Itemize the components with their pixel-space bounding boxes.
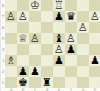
file-label-g: g bbox=[77, 88, 89, 91]
square-b2[interactable]: ♟ bbox=[17, 66, 29, 77]
square-c3[interactable] bbox=[29, 55, 41, 66]
file-label-d: d bbox=[41, 88, 53, 91]
square-e5[interactable]: ♝ bbox=[53, 33, 65, 44]
square-b5[interactable]: ♕ bbox=[17, 33, 29, 44]
square-g3[interactable] bbox=[77, 55, 89, 66]
square-d8[interactable] bbox=[41, 0, 53, 11]
square-b8[interactable] bbox=[17, 0, 29, 11]
piece-white-pawn[interactable]: ♙ bbox=[6, 11, 16, 22]
square-d6[interactable] bbox=[41, 22, 53, 33]
board: ♔♖♙♙♟♛♙♙♕♙♝♙♙♟♗♟♟♟♟♚♜ bbox=[5, 0, 100, 88]
square-e3[interactable]: ♟ bbox=[53, 55, 65, 66]
chess-board-screenshot: 87654321 ♔♖♙♙♟♛♙♙♕♙♝♙♙♟♗♟♟♟♟♚♜ abcdefgh bbox=[0, 0, 100, 91]
square-f1[interactable] bbox=[65, 77, 77, 88]
piece-black-pawn[interactable]: ♟ bbox=[54, 11, 64, 22]
square-a2[interactable] bbox=[5, 66, 17, 77]
piece-black-pawn[interactable]: ♟ bbox=[30, 66, 40, 77]
square-e2[interactable] bbox=[53, 66, 65, 77]
piece-white-pawn[interactable]: ♙ bbox=[18, 11, 28, 22]
square-e7[interactable]: ♟ bbox=[53, 11, 65, 22]
square-c5[interactable]: ♙ bbox=[29, 33, 41, 44]
piece-white-rook[interactable]: ♖ bbox=[54, 0, 64, 11]
piece-white-pawn[interactable]: ♙ bbox=[54, 44, 64, 55]
piece-white-queen[interactable]: ♕ bbox=[18, 33, 28, 44]
square-g2[interactable] bbox=[77, 66, 89, 77]
piece-white-pawn[interactable]: ♙ bbox=[90, 11, 100, 22]
square-h5[interactable] bbox=[89, 33, 100, 44]
square-d5[interactable] bbox=[41, 33, 53, 44]
square-e8[interactable]: ♖ bbox=[53, 0, 65, 11]
square-a1[interactable] bbox=[5, 77, 17, 88]
square-c8[interactable]: ♔ bbox=[29, 0, 41, 11]
square-c1[interactable] bbox=[29, 77, 41, 88]
square-g6[interactable]: ♙ bbox=[77, 22, 89, 33]
square-g1[interactable] bbox=[77, 77, 89, 88]
square-c2[interactable]: ♟ bbox=[29, 66, 41, 77]
square-f3[interactable] bbox=[65, 55, 77, 66]
square-b3[interactable] bbox=[17, 55, 29, 66]
piece-black-queen[interactable]: ♛ bbox=[66, 11, 76, 22]
square-f6[interactable] bbox=[65, 22, 77, 33]
file-label-f: f bbox=[65, 88, 77, 91]
file-label-c: c bbox=[29, 88, 41, 91]
file-labels: abcdefgh bbox=[5, 88, 100, 91]
piece-white-pawn[interactable]: ♙ bbox=[66, 33, 76, 44]
square-c7[interactable] bbox=[29, 11, 41, 22]
square-g7[interactable] bbox=[77, 11, 89, 22]
piece-white-pawn[interactable]: ♙ bbox=[78, 22, 88, 33]
file-label-e: e bbox=[53, 88, 65, 91]
square-g4[interactable] bbox=[77, 44, 89, 55]
square-a5[interactable] bbox=[5, 33, 17, 44]
square-b1[interactable]: ♚ bbox=[17, 77, 29, 88]
square-h3[interactable]: ♟ bbox=[89, 55, 100, 66]
square-a4[interactable] bbox=[5, 44, 17, 55]
square-h6[interactable] bbox=[89, 22, 100, 33]
square-d7[interactable] bbox=[41, 11, 53, 22]
square-c4[interactable] bbox=[29, 44, 41, 55]
piece-black-pawn[interactable]: ♟ bbox=[90, 55, 100, 66]
square-g8[interactable] bbox=[77, 0, 89, 11]
square-f5[interactable]: ♙ bbox=[65, 33, 77, 44]
piece-black-pawn[interactable]: ♟ bbox=[54, 55, 64, 66]
square-b4[interactable] bbox=[17, 44, 29, 55]
piece-white-pawn[interactable]: ♙ bbox=[30, 33, 40, 44]
square-b6[interactable] bbox=[17, 22, 29, 33]
square-d1[interactable]: ♜ bbox=[41, 77, 53, 88]
square-f4[interactable]: ♟ bbox=[65, 44, 77, 55]
square-h1[interactable] bbox=[89, 77, 100, 88]
piece-white-king[interactable]: ♔ bbox=[30, 0, 40, 11]
square-h4[interactable] bbox=[89, 44, 100, 55]
square-e6[interactable] bbox=[53, 22, 65, 33]
square-d3[interactable] bbox=[41, 55, 53, 66]
square-a6[interactable] bbox=[5, 22, 17, 33]
square-a7[interactable]: ♙ bbox=[5, 11, 17, 22]
square-e1[interactable] bbox=[53, 77, 65, 88]
square-e4[interactable]: ♙ bbox=[53, 44, 65, 55]
square-b7[interactable]: ♙ bbox=[17, 11, 29, 22]
square-h8[interactable] bbox=[89, 0, 100, 11]
file-label-h: h bbox=[89, 88, 100, 91]
square-a3[interactable]: ♗ bbox=[5, 55, 17, 66]
square-f8[interactable] bbox=[65, 0, 77, 11]
square-h7[interactable]: ♙ bbox=[89, 11, 100, 22]
file-label-b: b bbox=[17, 88, 29, 91]
square-d2[interactable] bbox=[41, 66, 53, 77]
square-g5[interactable] bbox=[77, 33, 89, 44]
piece-black-pawn[interactable]: ♟ bbox=[66, 44, 76, 55]
square-d4[interactable] bbox=[41, 44, 53, 55]
piece-black-pawn[interactable]: ♟ bbox=[18, 66, 28, 77]
square-f2[interactable] bbox=[65, 66, 77, 77]
piece-black-king[interactable]: ♚ bbox=[18, 77, 28, 88]
piece-white-bishop[interactable]: ♗ bbox=[6, 55, 16, 66]
square-h2[interactable] bbox=[89, 66, 100, 77]
piece-black-rook[interactable]: ♜ bbox=[42, 77, 52, 88]
file-label-a: a bbox=[5, 88, 17, 91]
square-c6[interactable] bbox=[29, 22, 41, 33]
piece-black-bishop[interactable]: ♝ bbox=[54, 33, 64, 44]
square-a8[interactable] bbox=[5, 0, 17, 11]
square-f7[interactable]: ♛ bbox=[65, 11, 77, 22]
